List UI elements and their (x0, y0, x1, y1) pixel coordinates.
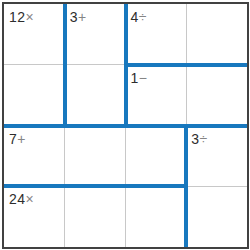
cell-r2c1[interactable] (65, 126, 126, 187)
cell-r0c1[interactable] (65, 4, 126, 65)
kenken-board: 12×3+4÷1−7+3÷24× (2, 2, 249, 249)
cell-r3c3[interactable] (186, 186, 247, 247)
cell-r1c1[interactable] (65, 65, 126, 126)
cell-r1c2[interactable] (126, 65, 187, 126)
cell-r2c2[interactable] (126, 126, 187, 187)
kenken-puzzle-page: 12×3+4÷1−7+3÷24× (0, 0, 250, 250)
cell-r3c0[interactable] (4, 186, 65, 247)
cell-r0c2[interactable] (126, 4, 187, 65)
kenken-board-inner: 12×3+4÷1−7+3÷24× (4, 4, 247, 247)
cell-r2c3[interactable] (186, 126, 247, 187)
cell-r3c1[interactable] (65, 186, 126, 247)
cell-r0c0[interactable] (4, 4, 65, 65)
cell-r3c2[interactable] (126, 186, 187, 247)
cell-r2c0[interactable] (4, 126, 65, 187)
cell-r1c3[interactable] (186, 65, 247, 126)
cell-r0c3[interactable] (186, 4, 247, 65)
cell-r1c0[interactable] (4, 65, 65, 126)
